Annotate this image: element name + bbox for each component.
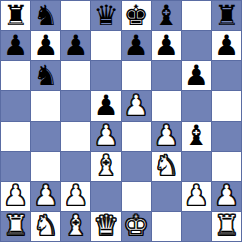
- black-queen[interactable]: ♛: [93, 2, 118, 30]
- square-d3[interactable]: ♝: [91, 152, 120, 181]
- square-b3[interactable]: [31, 152, 60, 181]
- square-g1[interactable]: [182, 212, 211, 241]
- square-c3[interactable]: [61, 152, 90, 181]
- white-queen[interactable]: ♛: [93, 212, 118, 240]
- square-f2[interactable]: [152, 182, 181, 211]
- square-e8[interactable]: ♚: [122, 1, 151, 30]
- square-b2[interactable]: ♟: [31, 182, 60, 211]
- square-h5[interactable]: [212, 91, 241, 120]
- square-d8[interactable]: ♛: [91, 1, 120, 30]
- square-f1[interactable]: [152, 212, 181, 241]
- square-d7[interactable]: [91, 31, 120, 60]
- square-d2[interactable]: [91, 182, 120, 211]
- white-pawn[interactable]: ♟: [3, 182, 28, 210]
- square-c1[interactable]: ♝: [61, 212, 90, 241]
- square-a3[interactable]: [1, 152, 30, 181]
- square-d4[interactable]: ♟: [91, 122, 120, 151]
- black-rook[interactable]: ♜: [214, 2, 239, 30]
- square-b7[interactable]: ♟: [31, 31, 60, 60]
- square-c6[interactable]: [61, 61, 90, 90]
- square-h3[interactable]: [212, 152, 241, 181]
- square-e5[interactable]: ♟: [122, 91, 151, 120]
- square-c8[interactable]: [61, 1, 90, 30]
- black-king[interactable]: ♚: [124, 2, 149, 30]
- square-f4[interactable]: ♟: [152, 122, 181, 151]
- black-pawn[interactable]: ♟: [93, 92, 118, 120]
- square-a5[interactable]: [1, 91, 30, 120]
- square-h7[interactable]: ♟: [212, 31, 241, 60]
- square-b1[interactable]: ♞: [31, 212, 60, 241]
- square-g8[interactable]: [182, 1, 211, 30]
- square-e2[interactable]: [122, 182, 151, 211]
- black-rook[interactable]: ♜: [3, 2, 28, 30]
- square-d5[interactable]: ♟: [91, 91, 120, 120]
- square-e1[interactable]: ♚: [122, 212, 151, 241]
- black-pawn[interactable]: ♟: [3, 32, 28, 60]
- square-h4[interactable]: [212, 122, 241, 151]
- black-pawn[interactable]: ♟: [33, 32, 58, 60]
- square-g3[interactable]: [182, 152, 211, 181]
- square-h1[interactable]: ♜: [212, 212, 241, 241]
- square-c7[interactable]: ♟: [61, 31, 90, 60]
- white-rook[interactable]: ♜: [214, 212, 239, 240]
- square-d6[interactable]: [91, 61, 120, 90]
- white-pawn[interactable]: ♟: [93, 122, 118, 150]
- square-a7[interactable]: ♟: [1, 31, 30, 60]
- square-a2[interactable]: ♟: [1, 182, 30, 211]
- square-b5[interactable]: [31, 91, 60, 120]
- black-pawn[interactable]: ♟: [63, 32, 88, 60]
- square-g7[interactable]: [182, 31, 211, 60]
- square-h2[interactable]: ♟: [212, 182, 241, 211]
- square-a8[interactable]: ♜: [1, 1, 30, 30]
- chess-board: ♜♞♛♚♝♜♟♟♟♟♟♟♞♟♟♟♟♟♝♝♞♟♟♟♟♟♜♞♝♛♚♜: [0, 0, 242, 242]
- square-g5[interactable]: [182, 91, 211, 120]
- square-f8[interactable]: ♝: [152, 1, 181, 30]
- black-knight[interactable]: ♞: [33, 2, 58, 30]
- square-a4[interactable]: [1, 122, 30, 151]
- square-c2[interactable]: ♟: [61, 182, 90, 211]
- square-f6[interactable]: [152, 61, 181, 90]
- square-f3[interactable]: ♞: [152, 152, 181, 181]
- square-e3[interactable]: [122, 152, 151, 181]
- white-rook[interactable]: ♜: [3, 212, 28, 240]
- white-pawn[interactable]: ♟: [124, 92, 149, 120]
- white-pawn[interactable]: ♟: [63, 182, 88, 210]
- white-bishop[interactable]: ♝: [63, 212, 88, 240]
- square-g2[interactable]: ♟: [182, 182, 211, 211]
- square-h8[interactable]: ♜: [212, 1, 241, 30]
- square-b8[interactable]: ♞: [31, 1, 60, 30]
- square-b6[interactable]: ♞: [31, 61, 60, 90]
- white-pawn[interactable]: ♟: [154, 122, 179, 150]
- square-d1[interactable]: ♛: [91, 212, 120, 241]
- white-pawn[interactable]: ♟: [33, 182, 58, 210]
- square-g6[interactable]: ♟: [182, 61, 211, 90]
- white-pawn[interactable]: ♟: [184, 182, 209, 210]
- square-g4[interactable]: ♝: [182, 122, 211, 151]
- square-c4[interactable]: [61, 122, 90, 151]
- square-a1[interactable]: ♜: [1, 212, 30, 241]
- white-bishop[interactable]: ♝: [93, 152, 118, 180]
- white-knight[interactable]: ♞: [33, 212, 58, 240]
- square-c5[interactable]: [61, 91, 90, 120]
- white-king[interactable]: ♚: [124, 212, 149, 240]
- black-pawn[interactable]: ♟: [124, 32, 149, 60]
- square-a6[interactable]: [1, 61, 30, 90]
- square-h6[interactable]: [212, 61, 241, 90]
- black-pawn[interactable]: ♟: [214, 32, 239, 60]
- black-pawn[interactable]: ♟: [154, 32, 179, 60]
- white-pawn[interactable]: ♟: [214, 182, 239, 210]
- black-knight[interactable]: ♞: [33, 62, 58, 90]
- black-bishop[interactable]: ♝: [154, 2, 179, 30]
- square-b4[interactable]: [31, 122, 60, 151]
- black-pawn[interactable]: ♟: [184, 62, 209, 90]
- square-e4[interactable]: [122, 122, 151, 151]
- white-knight[interactable]: ♞: [154, 152, 179, 180]
- black-bishop[interactable]: ♝: [184, 122, 209, 150]
- square-f7[interactable]: ♟: [152, 31, 181, 60]
- square-e7[interactable]: ♟: [122, 31, 151, 60]
- square-e6[interactable]: [122, 61, 151, 90]
- square-f5[interactable]: [152, 91, 181, 120]
